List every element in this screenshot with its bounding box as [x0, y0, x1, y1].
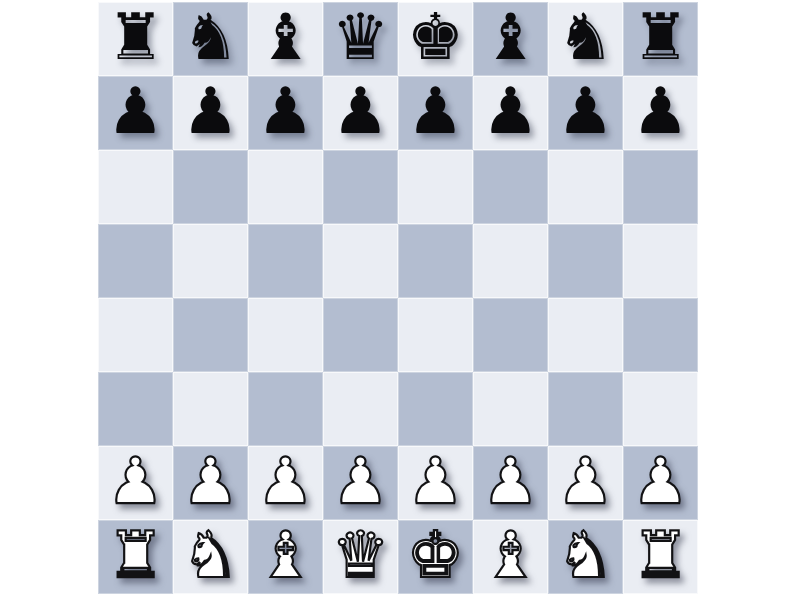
piece-white-knight[interactable]: ♞ — [557, 523, 614, 587]
square-a2[interactable]: ♟ — [98, 446, 173, 520]
piece-black-knight[interactable]: ♞ — [557, 5, 614, 69]
piece-black-rook[interactable]: ♜ — [632, 5, 689, 69]
square-c3[interactable] — [248, 372, 323, 446]
square-e8[interactable]: ♚ — [398, 2, 473, 76]
piece-black-queen[interactable]: ♛ — [332, 5, 389, 69]
square-f6[interactable] — [473, 150, 548, 224]
piece-white-rook[interactable]: ♜ — [632, 523, 689, 587]
page-background: ♜♞♝♛♚♝♞♜♟♟♟♟♟♟♟♟♟♟♟♟♟♟♟♟♜♞♝♛♚♝♞♜ — [0, 0, 800, 600]
square-e6[interactable] — [398, 150, 473, 224]
square-g1[interactable]: ♞ — [548, 520, 623, 594]
square-f2[interactable]: ♟ — [473, 446, 548, 520]
square-d6[interactable] — [323, 150, 398, 224]
square-h7[interactable]: ♟ — [623, 76, 698, 150]
square-c8[interactable]: ♝ — [248, 2, 323, 76]
square-b5[interactable] — [173, 224, 248, 298]
piece-black-bishop[interactable]: ♝ — [482, 5, 539, 69]
square-c4[interactable] — [248, 298, 323, 372]
square-h4[interactable] — [623, 298, 698, 372]
square-d3[interactable] — [323, 372, 398, 446]
piece-white-king[interactable]: ♚ — [407, 523, 464, 587]
square-d1[interactable]: ♛ — [323, 520, 398, 594]
piece-white-rook[interactable]: ♜ — [107, 523, 164, 587]
square-e5[interactable] — [398, 224, 473, 298]
piece-black-pawn[interactable]: ♟ — [407, 79, 464, 143]
piece-black-king[interactable]: ♚ — [407, 5, 464, 69]
square-c7[interactable]: ♟ — [248, 76, 323, 150]
piece-white-pawn[interactable]: ♟ — [182, 449, 239, 513]
piece-white-pawn[interactable]: ♟ — [632, 449, 689, 513]
piece-black-pawn[interactable]: ♟ — [107, 79, 164, 143]
piece-black-pawn[interactable]: ♟ — [182, 79, 239, 143]
square-d4[interactable] — [323, 298, 398, 372]
chess-board: ♜♞♝♛♚♝♞♜♟♟♟♟♟♟♟♟♟♟♟♟♟♟♟♟♜♞♝♛♚♝♞♜ — [98, 2, 698, 594]
square-c2[interactable]: ♟ — [248, 446, 323, 520]
piece-white-pawn[interactable]: ♟ — [407, 449, 464, 513]
square-e7[interactable]: ♟ — [398, 76, 473, 150]
square-a7[interactable]: ♟ — [98, 76, 173, 150]
piece-black-pawn[interactable]: ♟ — [332, 79, 389, 143]
square-g8[interactable]: ♞ — [548, 2, 623, 76]
square-f5[interactable] — [473, 224, 548, 298]
piece-white-pawn[interactable]: ♟ — [482, 449, 539, 513]
square-b3[interactable] — [173, 372, 248, 446]
square-b6[interactable] — [173, 150, 248, 224]
piece-black-pawn[interactable]: ♟ — [557, 79, 614, 143]
piece-white-pawn[interactable]: ♟ — [332, 449, 389, 513]
square-h8[interactable]: ♜ — [623, 2, 698, 76]
piece-white-pawn[interactable]: ♟ — [257, 449, 314, 513]
square-b1[interactable]: ♞ — [173, 520, 248, 594]
square-a3[interactable] — [98, 372, 173, 446]
square-e2[interactable]: ♟ — [398, 446, 473, 520]
square-a6[interactable] — [98, 150, 173, 224]
square-g3[interactable] — [548, 372, 623, 446]
square-f7[interactable]: ♟ — [473, 76, 548, 150]
piece-white-queen[interactable]: ♛ — [332, 523, 389, 587]
square-h6[interactable] — [623, 150, 698, 224]
square-g6[interactable] — [548, 150, 623, 224]
square-e1[interactable]: ♚ — [398, 520, 473, 594]
square-e3[interactable] — [398, 372, 473, 446]
piece-black-knight[interactable]: ♞ — [182, 5, 239, 69]
square-d8[interactable]: ♛ — [323, 2, 398, 76]
square-h1[interactable]: ♜ — [623, 520, 698, 594]
square-g5[interactable] — [548, 224, 623, 298]
piece-black-pawn[interactable]: ♟ — [257, 79, 314, 143]
square-b8[interactable]: ♞ — [173, 2, 248, 76]
piece-black-pawn[interactable]: ♟ — [482, 79, 539, 143]
piece-white-knight[interactable]: ♞ — [182, 523, 239, 587]
square-a8[interactable]: ♜ — [98, 2, 173, 76]
piece-white-bishop[interactable]: ♝ — [482, 523, 539, 587]
square-c5[interactable] — [248, 224, 323, 298]
square-b7[interactable]: ♟ — [173, 76, 248, 150]
square-b2[interactable]: ♟ — [173, 446, 248, 520]
piece-white-pawn[interactable]: ♟ — [557, 449, 614, 513]
piece-white-pawn[interactable]: ♟ — [107, 449, 164, 513]
square-g2[interactable]: ♟ — [548, 446, 623, 520]
square-a4[interactable] — [98, 298, 173, 372]
square-f4[interactable] — [473, 298, 548, 372]
square-f3[interactable] — [473, 372, 548, 446]
square-g4[interactable] — [548, 298, 623, 372]
square-f8[interactable]: ♝ — [473, 2, 548, 76]
square-d2[interactable]: ♟ — [323, 446, 398, 520]
piece-black-bishop[interactable]: ♝ — [257, 5, 314, 69]
square-c1[interactable]: ♝ — [248, 520, 323, 594]
piece-white-bishop[interactable]: ♝ — [257, 523, 314, 587]
square-h2[interactable]: ♟ — [623, 446, 698, 520]
square-c6[interactable] — [248, 150, 323, 224]
square-d7[interactable]: ♟ — [323, 76, 398, 150]
square-a5[interactable] — [98, 224, 173, 298]
piece-black-rook[interactable]: ♜ — [107, 5, 164, 69]
square-f1[interactable]: ♝ — [473, 520, 548, 594]
square-h3[interactable] — [623, 372, 698, 446]
piece-black-pawn[interactable]: ♟ — [632, 79, 689, 143]
square-d5[interactable] — [323, 224, 398, 298]
square-h5[interactable] — [623, 224, 698, 298]
square-b4[interactable] — [173, 298, 248, 372]
square-a1[interactable]: ♜ — [98, 520, 173, 594]
square-e4[interactable] — [398, 298, 473, 372]
square-g7[interactable]: ♟ — [548, 76, 623, 150]
